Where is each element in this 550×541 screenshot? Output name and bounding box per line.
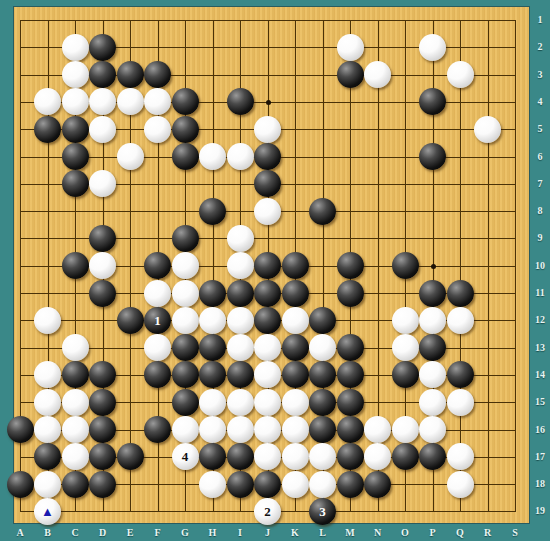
white-stone-R5[interactable] [474,116,501,143]
black-stone-Q14[interactable] [447,361,474,388]
black-stone-M3[interactable] [337,61,364,88]
white-stone-G11[interactable] [172,280,199,307]
white-stone-N3[interactable] [364,61,391,88]
column-label-P: P [424,527,442,538]
black-stone-B5[interactable] [34,116,61,143]
black-stone-G4[interactable] [172,88,199,115]
grid-vline [460,20,461,512]
row-label-9: 9 [531,232,549,243]
go-game-screenshot: 14▲23ABCDEFGHIJKLMNOPQRS1234567891011121… [0,0,550,541]
white-stone-G12[interactable] [172,307,199,334]
move-number-label: 3 [319,505,326,518]
black-stone-E3[interactable] [117,61,144,88]
white-stone-J15[interactable] [254,389,281,416]
white-stone-M2[interactable] [337,34,364,61]
black-stone-I4[interactable] [227,88,254,115]
white-stone-Q3[interactable] [447,61,474,88]
white-stone-J5[interactable] [254,116,281,143]
column-label-M: M [341,527,359,538]
row-label-17: 17 [531,451,549,462]
black-stone-C6[interactable] [62,143,89,170]
black-stone-P6[interactable] [419,143,446,170]
white-stone-C2[interactable] [62,34,89,61]
white-stone-J13[interactable] [254,334,281,361]
white-stone-E4[interactable] [117,88,144,115]
white-stone-N16[interactable] [364,416,391,443]
black-stone-D2[interactable] [89,34,116,61]
row-label-5: 5 [531,123,549,134]
white-stone-K12[interactable] [282,307,309,334]
black-stone-J12[interactable] [254,307,281,334]
column-label-L: L [314,527,332,538]
white-stone-L18[interactable] [309,471,336,498]
white-stone-O16[interactable] [392,416,419,443]
column-label-F: F [149,527,167,538]
white-stone-Q18[interactable] [447,471,474,498]
white-stone-G17[interactable]: 4 [172,443,199,470]
black-stone-N18[interactable] [364,471,391,498]
column-label-E: E [121,527,139,538]
black-stone-P13[interactable] [419,334,446,361]
black-stone-G6[interactable] [172,143,199,170]
black-stone-H13[interactable] [199,334,226,361]
white-stone-C3[interactable] [62,61,89,88]
black-stone-M14[interactable] [337,361,364,388]
star-point [431,264,436,269]
white-stone-F11[interactable] [144,280,171,307]
column-label-C: C [66,527,84,538]
black-stone-O14[interactable] [392,361,419,388]
column-label-S: S [506,527,524,538]
white-stone-I13[interactable] [227,334,254,361]
grid-vline [515,20,516,512]
black-stone-H8[interactable] [199,198,226,225]
row-label-8: 8 [531,205,549,216]
white-stone-H15[interactable] [199,389,226,416]
column-label-G: G [176,527,194,538]
black-stone-M10[interactable] [337,252,364,279]
white-stone-P2[interactable] [419,34,446,61]
black-stone-M18[interactable] [337,471,364,498]
row-label-14: 14 [531,369,549,380]
black-stone-A16[interactable] [7,416,34,443]
black-stone-D15[interactable] [89,389,116,416]
black-stone-J18[interactable] [254,471,281,498]
white-stone-H6[interactable] [199,143,226,170]
white-stone-H18[interactable] [199,471,226,498]
column-label-O: O [396,527,414,538]
black-stone-M15[interactable] [337,389,364,416]
white-stone-K15[interactable] [282,389,309,416]
white-stone-J16[interactable] [254,416,281,443]
white-stone-I15[interactable] [227,389,254,416]
white-stone-D10[interactable] [89,252,116,279]
black-stone-D18[interactable] [89,471,116,498]
row-label-15: 15 [531,396,549,407]
column-label-R: R [479,527,497,538]
black-stone-K10[interactable] [282,252,309,279]
black-stone-L15[interactable] [309,389,336,416]
white-stone-C13[interactable] [62,334,89,361]
move-number-label: 1 [154,314,161,327]
black-stone-F16[interactable] [144,416,171,443]
row-label-1: 1 [531,14,549,25]
white-stone-H16[interactable] [199,416,226,443]
white-stone-Q15[interactable] [447,389,474,416]
black-stone-J11[interactable] [254,280,281,307]
black-stone-J10[interactable] [254,252,281,279]
white-stone-I16[interactable] [227,416,254,443]
white-stone-B18[interactable] [34,471,61,498]
row-label-10: 10 [531,260,549,271]
triangle-marker: ▲ [41,505,54,518]
column-label-H: H [204,527,222,538]
black-stone-F10[interactable] [144,252,171,279]
white-stone-I12[interactable] [227,307,254,334]
black-stone-D16[interactable] [89,416,116,443]
black-stone-O17[interactable] [392,443,419,470]
white-stone-O12[interactable] [392,307,419,334]
black-stone-M16[interactable] [337,416,364,443]
column-label-Q: Q [451,527,469,538]
column-label-I: I [231,527,249,538]
white-stone-K18[interactable] [282,471,309,498]
column-label-N: N [369,527,387,538]
black-stone-M17[interactable] [337,443,364,470]
black-stone-I18[interactable] [227,471,254,498]
black-stone-G15[interactable] [172,389,199,416]
row-label-3: 3 [531,69,549,80]
star-point [266,100,271,105]
white-stone-B12[interactable] [34,307,61,334]
white-stone-B15[interactable] [34,389,61,416]
white-stone-K16[interactable] [282,416,309,443]
black-stone-D11[interactable] [89,280,116,307]
white-stone-I10[interactable] [227,252,254,279]
move-number-label: 2 [264,505,271,518]
black-stone-E12[interactable] [117,307,144,334]
white-stone-P12[interactable] [419,307,446,334]
grid-vline [488,20,489,512]
black-stone-L19[interactable]: 3 [309,498,336,525]
white-stone-F13[interactable] [144,334,171,361]
move-number-label: 4 [182,450,189,463]
white-stone-I6[interactable] [227,143,254,170]
black-stone-H11[interactable] [199,280,226,307]
black-stone-G14[interactable] [172,361,199,388]
black-stone-D3[interactable] [89,61,116,88]
black-stone-C10[interactable] [62,252,89,279]
white-stone-P16[interactable] [419,416,446,443]
black-stone-O10[interactable] [392,252,419,279]
white-stone-Q12[interactable] [447,307,474,334]
row-label-13: 13 [531,342,549,353]
column-label-J: J [259,527,277,538]
row-label-11: 11 [531,287,549,298]
black-stone-J6[interactable] [254,143,281,170]
black-stone-P11[interactable] [419,280,446,307]
white-stone-G16[interactable] [172,416,199,443]
white-stone-Q17[interactable] [447,443,474,470]
black-stone-M13[interactable] [337,334,364,361]
row-label-16: 16 [531,424,549,435]
black-stone-Q11[interactable] [447,280,474,307]
white-stone-I9[interactable] [227,225,254,252]
column-label-K: K [286,527,304,538]
row-label-2: 2 [531,41,549,52]
white-stone-C4[interactable] [62,88,89,115]
black-stone-K11[interactable] [282,280,309,307]
black-stone-K14[interactable] [282,361,309,388]
black-stone-I14[interactable] [227,361,254,388]
white-stone-B16[interactable] [34,416,61,443]
white-stone-J8[interactable] [254,198,281,225]
white-stone-K17[interactable] [282,443,309,470]
white-stone-G10[interactable] [172,252,199,279]
white-stone-B19[interactable]: ▲ [34,498,61,525]
row-label-12: 12 [531,314,549,325]
black-stone-I11[interactable] [227,280,254,307]
black-stone-F3[interactable] [144,61,171,88]
black-stone-D9[interactable] [89,225,116,252]
black-stone-G5[interactable] [172,116,199,143]
white-stone-O13[interactable] [392,334,419,361]
black-stone-C5[interactable] [62,116,89,143]
black-stone-C18[interactable] [62,471,89,498]
white-stone-C17[interactable] [62,443,89,470]
white-stone-H12[interactable] [199,307,226,334]
row-label-4: 4 [531,96,549,107]
white-stone-L13[interactable] [309,334,336,361]
white-stone-C15[interactable] [62,389,89,416]
black-stone-M11[interactable] [337,280,364,307]
black-stone-F12[interactable]: 1 [144,307,171,334]
black-stone-G13[interactable] [172,334,199,361]
row-label-19: 19 [531,505,549,516]
black-stone-I17[interactable] [227,443,254,470]
black-stone-C7[interactable] [62,170,89,197]
black-stone-L12[interactable] [309,307,336,334]
white-stone-E6[interactable] [117,143,144,170]
white-stone-D5[interactable] [89,116,116,143]
row-label-7: 7 [531,178,549,189]
column-label-B: B [39,527,57,538]
white-stone-P15[interactable] [419,389,446,416]
white-stone-J19[interactable]: 2 [254,498,281,525]
row-label-6: 6 [531,151,549,162]
black-stone-L8[interactable] [309,198,336,225]
black-stone-K13[interactable] [282,334,309,361]
black-stone-L16[interactable] [309,416,336,443]
white-stone-F5[interactable] [144,116,171,143]
white-stone-C16[interactable] [62,416,89,443]
black-stone-C14[interactable] [62,361,89,388]
black-stone-G9[interactable] [172,225,199,252]
column-label-A: A [11,527,29,538]
column-label-D: D [94,527,112,538]
black-stone-A18[interactable] [7,471,34,498]
black-stone-E17[interactable] [117,443,144,470]
row-label-18: 18 [531,478,549,489]
